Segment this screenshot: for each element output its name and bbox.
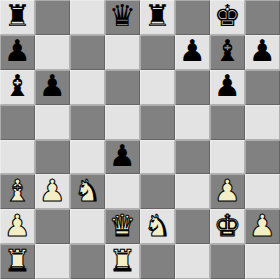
- square-c5[interactable]: [70, 105, 105, 140]
- piece-black-rook[interactable]: ♜: [4, 1, 31, 31]
- square-f3[interactable]: [175, 174, 210, 209]
- piece-black-rook[interactable]: ♜: [144, 1, 171, 31]
- square-e2[interactable]: ♞: [140, 209, 175, 244]
- square-e5[interactable]: [140, 105, 175, 140]
- square-h4[interactable]: [245, 140, 280, 175]
- square-h3[interactable]: [245, 174, 280, 209]
- piece-white-pawn[interactable]: ♟: [4, 211, 31, 241]
- square-b4[interactable]: [35, 140, 70, 175]
- square-a7[interactable]: ♟: [0, 35, 35, 70]
- square-a2[interactable]: ♟: [0, 209, 35, 244]
- square-h2[interactable]: ♟: [245, 209, 280, 244]
- chess-board-wrapper: ♜♛♜♚♟♟♝♟♝♟♟♟♝♟♞♟♟♛♞♚♟♜♜: [0, 0, 280, 279]
- piece-white-pawn[interactable]: ♟: [249, 211, 276, 241]
- piece-black-pawn[interactable]: ♟: [39, 71, 66, 101]
- square-f2[interactable]: [175, 209, 210, 244]
- piece-black-pawn[interactable]: ♟: [109, 141, 136, 171]
- piece-white-knight[interactable]: ♞: [144, 211, 171, 241]
- square-b8[interactable]: [35, 0, 70, 35]
- square-c3[interactable]: ♞: [70, 174, 105, 209]
- square-f5[interactable]: [175, 105, 210, 140]
- square-h7[interactable]: ♟: [245, 35, 280, 70]
- piece-white-knight[interactable]: ♞: [74, 176, 101, 206]
- piece-black-pawn[interactable]: ♟: [179, 36, 206, 66]
- square-f7[interactable]: ♟: [175, 35, 210, 70]
- square-e7[interactable]: [140, 35, 175, 70]
- square-g3[interactable]: ♟: [210, 174, 245, 209]
- square-h6[interactable]: [245, 70, 280, 105]
- square-g4[interactable]: [210, 140, 245, 175]
- square-h1[interactable]: [245, 244, 280, 279]
- piece-black-king[interactable]: ♚: [214, 1, 241, 31]
- piece-black-pawn[interactable]: ♟: [4, 36, 31, 66]
- square-d1[interactable]: ♜: [105, 244, 140, 279]
- square-a5[interactable]: [0, 105, 35, 140]
- piece-white-queen[interactable]: ♛: [109, 211, 136, 241]
- square-e1[interactable]: [140, 244, 175, 279]
- square-f8[interactable]: [175, 0, 210, 35]
- square-e4[interactable]: [140, 140, 175, 175]
- square-e6[interactable]: [140, 70, 175, 105]
- square-a1[interactable]: ♜: [0, 244, 35, 279]
- piece-white-rook[interactable]: ♜: [4, 246, 31, 276]
- square-f4[interactable]: [175, 140, 210, 175]
- piece-black-bishop[interactable]: ♝: [4, 71, 31, 101]
- square-d8[interactable]: ♛: [105, 0, 140, 35]
- piece-white-pawn[interactable]: ♟: [214, 176, 241, 206]
- piece-black-bishop[interactable]: ♝: [214, 36, 241, 66]
- square-b5[interactable]: [35, 105, 70, 140]
- piece-white-pawn[interactable]: ♟: [39, 176, 66, 206]
- square-c4[interactable]: [70, 140, 105, 175]
- piece-black-pawn[interactable]: ♟: [214, 71, 241, 101]
- piece-black-pawn[interactable]: ♟: [249, 36, 276, 66]
- square-c8[interactable]: [70, 0, 105, 35]
- square-g7[interactable]: ♝: [210, 35, 245, 70]
- square-b1[interactable]: [35, 244, 70, 279]
- square-a6[interactable]: ♝: [0, 70, 35, 105]
- square-d6[interactable]: [105, 70, 140, 105]
- square-c1[interactable]: [70, 244, 105, 279]
- square-d7[interactable]: [105, 35, 140, 70]
- piece-white-king[interactable]: ♚: [214, 211, 241, 241]
- square-g6[interactable]: ♟: [210, 70, 245, 105]
- square-b6[interactable]: ♟: [35, 70, 70, 105]
- square-b3[interactable]: ♟: [35, 174, 70, 209]
- square-a8[interactable]: ♜: [0, 0, 35, 35]
- square-g8[interactable]: ♚: [210, 0, 245, 35]
- square-g1[interactable]: [210, 244, 245, 279]
- square-f6[interactable]: [175, 70, 210, 105]
- piece-white-bishop[interactable]: ♝: [4, 176, 31, 206]
- square-a3[interactable]: ♝: [0, 174, 35, 209]
- square-a4[interactable]: [0, 140, 35, 175]
- square-g5[interactable]: [210, 105, 245, 140]
- square-b7[interactable]: [35, 35, 70, 70]
- piece-white-rook[interactable]: ♜: [109, 246, 136, 276]
- square-c7[interactable]: [70, 35, 105, 70]
- square-b2[interactable]: [35, 209, 70, 244]
- square-d2[interactable]: ♛: [105, 209, 140, 244]
- square-h8[interactable]: [245, 0, 280, 35]
- square-d3[interactable]: [105, 174, 140, 209]
- square-d4[interactable]: ♟: [105, 140, 140, 175]
- square-c2[interactable]: [70, 209, 105, 244]
- chess-board: ♜♛♜♚♟♟♝♟♝♟♟♟♝♟♞♟♟♛♞♚♟♜♜: [0, 0, 280, 279]
- square-h5[interactable]: [245, 105, 280, 140]
- square-e3[interactable]: [140, 174, 175, 209]
- square-e8[interactable]: ♜: [140, 0, 175, 35]
- square-c6[interactable]: [70, 70, 105, 105]
- square-d5[interactable]: [105, 105, 140, 140]
- square-f1[interactable]: [175, 244, 210, 279]
- square-g2[interactable]: ♚: [210, 209, 245, 244]
- piece-black-queen[interactable]: ♛: [109, 1, 136, 31]
